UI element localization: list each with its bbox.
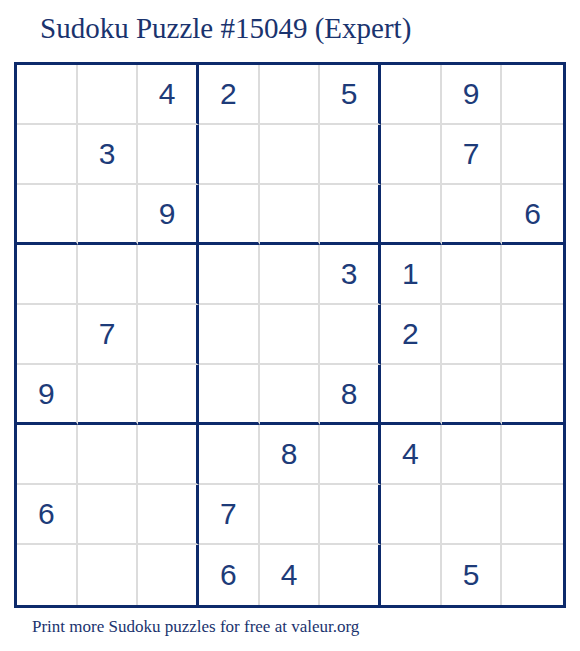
cell-r9c8[interactable]: 5 [442, 545, 503, 605]
cell-r6c9[interactable] [502, 365, 563, 425]
cell-r4c3[interactable] [138, 245, 199, 305]
cell-r8c3[interactable] [138, 485, 199, 545]
cell-r8c1[interactable]: 6 [17, 485, 78, 545]
cell-r8c7[interactable] [381, 485, 442, 545]
cell-r1c8[interactable]: 9 [442, 65, 503, 125]
cell-r1c2[interactable] [78, 65, 139, 125]
cell-r2c7[interactable] [381, 125, 442, 185]
cell-r8c5[interactable] [260, 485, 321, 545]
cell-r7c2[interactable] [78, 425, 139, 485]
cell-r6c4[interactable] [199, 365, 260, 425]
cell-r2c8[interactable]: 7 [442, 125, 503, 185]
cell-r4c5[interactable] [260, 245, 321, 305]
cell-r8c2[interactable] [78, 485, 139, 545]
cell-r7c4[interactable] [199, 425, 260, 485]
cell-r8c8[interactable] [442, 485, 503, 545]
cell-r3c6[interactable] [320, 185, 381, 245]
cell-r9c2[interactable] [78, 545, 139, 605]
cell-r9c5[interactable]: 4 [260, 545, 321, 605]
cell-r3c5[interactable] [260, 185, 321, 245]
cell-r5c2[interactable]: 7 [78, 305, 139, 365]
cell-r1c5[interactable] [260, 65, 321, 125]
footer-text: Print more Sudoku puzzles for free at va… [32, 617, 359, 637]
page-title: Sudoku Puzzle #15049 (Expert) [40, 12, 411, 45]
cell-r4c2[interactable] [78, 245, 139, 305]
cell-r5c1[interactable] [17, 305, 78, 365]
cell-r3c7[interactable] [381, 185, 442, 245]
cell-r7c5[interactable]: 8 [260, 425, 321, 485]
cell-r7c9[interactable] [502, 425, 563, 485]
cell-r2c5[interactable] [260, 125, 321, 185]
cell-r5c9[interactable] [502, 305, 563, 365]
cell-r1c1[interactable] [17, 65, 78, 125]
cell-r3c8[interactable] [442, 185, 503, 245]
cell-r2c3[interactable] [138, 125, 199, 185]
cell-r1c7[interactable] [381, 65, 442, 125]
cell-r1c6[interactable]: 5 [320, 65, 381, 125]
cell-r2c6[interactable] [320, 125, 381, 185]
cell-r6c1[interactable]: 9 [17, 365, 78, 425]
cell-r7c7[interactable]: 4 [381, 425, 442, 485]
cell-r1c3[interactable]: 4 [138, 65, 199, 125]
cell-r9c1[interactable] [17, 545, 78, 605]
cell-r5c3[interactable] [138, 305, 199, 365]
cell-r6c7[interactable] [381, 365, 442, 425]
cell-r7c1[interactable] [17, 425, 78, 485]
cell-r5c8[interactable] [442, 305, 503, 365]
cell-r9c4[interactable]: 6 [199, 545, 260, 605]
cell-r8c6[interactable] [320, 485, 381, 545]
cell-r6c5[interactable] [260, 365, 321, 425]
cell-r2c4[interactable] [199, 125, 260, 185]
cell-r6c8[interactable] [442, 365, 503, 425]
cell-r1c9[interactable] [502, 65, 563, 125]
cell-r9c9[interactable] [502, 545, 563, 605]
cell-r9c6[interactable] [320, 545, 381, 605]
cell-r2c1[interactable] [17, 125, 78, 185]
cell-r3c1[interactable] [17, 185, 78, 245]
cell-r9c7[interactable] [381, 545, 442, 605]
cell-r6c3[interactable] [138, 365, 199, 425]
cell-r8c9[interactable] [502, 485, 563, 545]
cell-r3c2[interactable] [78, 185, 139, 245]
cell-r7c8[interactable] [442, 425, 503, 485]
cell-r6c6[interactable]: 8 [320, 365, 381, 425]
cell-r4c6[interactable]: 3 [320, 245, 381, 305]
cell-r4c4[interactable] [199, 245, 260, 305]
cell-r6c2[interactable] [78, 365, 139, 425]
cell-r3c4[interactable] [199, 185, 260, 245]
cell-r5c5[interactable] [260, 305, 321, 365]
sudoku-board: 425937963172988467645 [14, 62, 566, 608]
cell-r9c3[interactable] [138, 545, 199, 605]
cell-r4c8[interactable] [442, 245, 503, 305]
cell-r5c6[interactable] [320, 305, 381, 365]
cell-r3c9[interactable]: 6 [502, 185, 563, 245]
cell-r2c9[interactable] [502, 125, 563, 185]
sudoku-page: Sudoku Puzzle #15049 (Expert) 4259379631… [0, 0, 580, 651]
cell-r7c6[interactable] [320, 425, 381, 485]
cell-r5c4[interactable] [199, 305, 260, 365]
cell-r4c1[interactable] [17, 245, 78, 305]
cell-r7c3[interactable] [138, 425, 199, 485]
cell-r1c4[interactable]: 2 [199, 65, 260, 125]
cell-r8c4[interactable]: 7 [199, 485, 260, 545]
cell-r5c7[interactable]: 2 [381, 305, 442, 365]
cell-r4c9[interactable] [502, 245, 563, 305]
cell-r2c2[interactable]: 3 [78, 125, 139, 185]
cell-r3c3[interactable]: 9 [138, 185, 199, 245]
cell-r4c7[interactable]: 1 [381, 245, 442, 305]
